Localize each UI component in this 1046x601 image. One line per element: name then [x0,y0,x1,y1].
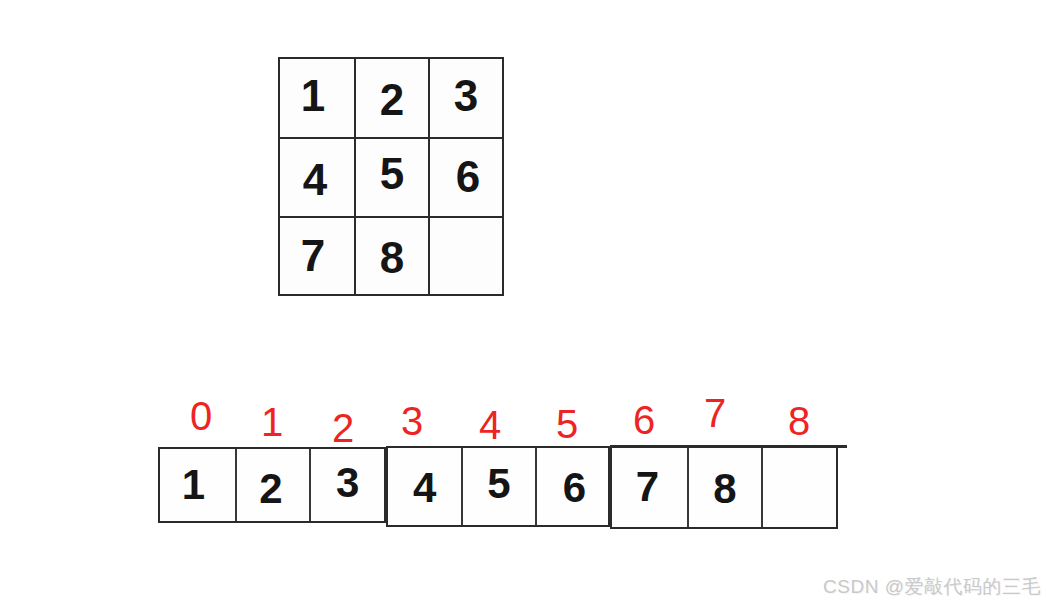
index-label-7: 7 [704,393,726,433]
board-cell-value-r2c0: 7 [301,234,325,278]
array-segment-2: 4 5 6 [386,446,610,527]
array-row: 1 2 3 4 5 6 7 8 [158,445,848,533]
board-cell-value-r0c0: 1 [301,74,325,118]
board-cell-r1c1: 5 [354,137,428,215]
array-cell-value-5: 6 [563,467,586,509]
board-cell-value-r1c1: 5 [380,152,404,196]
array-cell-value-6: 7 [636,466,659,508]
array-cell-value-0: 1 [182,464,205,506]
array-cell-7: 8 [687,448,762,527]
array-cell-2: 3 [309,449,384,521]
array-segment-3: 7 8 [610,445,838,529]
board-cell-r1c0: 4 [280,137,354,215]
index-label-2: 2 [332,408,354,448]
board-cell-value-r0c2: 3 [454,74,478,118]
board-cell-r1c2: 6 [428,137,502,215]
board-cell-value-r1c2: 6 [456,155,480,199]
array-cell-value-3: 4 [413,467,436,509]
board-cell-value-r0c1: 2 [380,78,404,122]
array-segment-1: 1 2 3 [158,447,386,523]
segment3-top-line-extension [838,445,847,448]
array-cell-value-7: 8 [713,468,736,510]
index-label-3: 3 [401,401,423,441]
puzzle-diagram-canvas: 1 2 3 4 5 6 7 8 0 1 2 3 4 5 6 7 8 1 2 3 … [0,0,1046,601]
board-cell-r2c0: 7 [280,216,354,294]
board-cell-r0c0: 1 [280,59,354,137]
array-cell-1: 2 [235,449,310,521]
array-cell-value-2: 3 [336,462,359,504]
array-cell-value-1: 2 [259,468,282,510]
array-cell-3: 4 [388,448,461,525]
board-cell-r2c2-blank [428,216,502,294]
array-cell-8-blank [761,448,836,527]
watermark: CSDN @爱敲代码的三毛 [721,574,1041,600]
board-cell-value-r1c0: 4 [303,158,327,202]
board-cell-r0c1: 2 [354,59,428,137]
board-cell-value-r2c1: 8 [380,236,404,280]
array-cell-value-4: 5 [487,463,510,505]
board-cell-r2c1: 8 [354,216,428,294]
board-cell-r0c2: 3 [428,59,502,137]
array-cell-5: 6 [535,448,608,525]
array-cell-6: 7 [612,448,687,527]
puzzle-board-3x3: 1 2 3 4 5 6 7 8 [278,57,504,296]
index-label-6: 6 [633,400,655,440]
index-label-1: 1 [261,402,283,442]
index-label-0: 0 [190,396,212,436]
array-cell-0: 1 [160,449,235,521]
index-label-4: 4 [479,405,501,445]
array-cell-4: 5 [461,448,534,525]
index-label-8: 8 [788,401,810,441]
index-label-5: 5 [556,404,578,444]
